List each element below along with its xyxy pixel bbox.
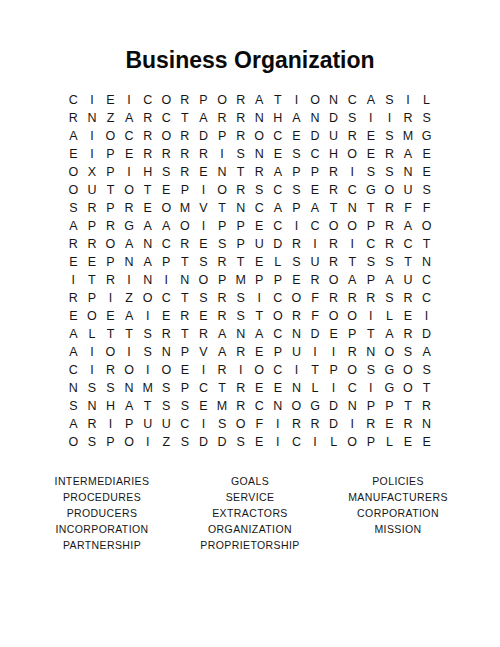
grid-cell[interactable]: S [380, 253, 399, 271]
grid-cell[interactable]: F [250, 415, 269, 433]
grid-cell[interactable]: P [101, 199, 120, 217]
grid-cell[interactable]: L [83, 325, 102, 343]
grid-cell[interactable]: E [250, 217, 269, 235]
grid-cell[interactable]: C [157, 289, 176, 307]
grid-cell[interactable]: R [287, 307, 306, 325]
grid-cell[interactable]: P [101, 163, 120, 181]
grid-cell[interactable]: U [399, 271, 418, 289]
grid-cell[interactable]: R [250, 163, 269, 181]
grid-cell[interactable]: R [176, 307, 195, 325]
grid-cell[interactable]: D [417, 325, 436, 343]
grid-cell[interactable]: E [64, 307, 83, 325]
grid-cell[interactable]: F [399, 199, 418, 217]
grid-cell[interactable]: E [157, 307, 176, 325]
grid-cell[interactable]: P [176, 181, 195, 199]
grid-cell[interactable]: V [194, 343, 213, 361]
grid-cell[interactable]: R [83, 235, 102, 253]
grid-cell[interactable]: R [324, 289, 343, 307]
grid-cell[interactable]: C [250, 199, 269, 217]
grid-cell[interactable]: N [231, 325, 250, 343]
grid-cell[interactable]: P [101, 253, 120, 271]
grid-cell[interactable]: T [250, 307, 269, 325]
grid-cell[interactable]: P [269, 271, 288, 289]
grid-cell[interactable]: I [362, 307, 381, 325]
grid-cell[interactable]: T [120, 325, 139, 343]
grid-cell[interactable]: I [101, 415, 120, 433]
grid-cell[interactable]: A [380, 325, 399, 343]
grid-cell[interactable]: I [194, 415, 213, 433]
grid-cell[interactable]: A [120, 307, 139, 325]
grid-cell[interactable]: I [83, 343, 102, 361]
grid-cell[interactable]: P [287, 199, 306, 217]
grid-cell[interactable]: S [287, 145, 306, 163]
grid-cell[interactable]: S [231, 145, 250, 163]
grid-cell[interactable]: U [287, 343, 306, 361]
grid-cell[interactable]: T [306, 361, 325, 379]
grid-cell[interactable]: A [399, 145, 418, 163]
grid-cell[interactable]: I [64, 271, 83, 289]
grid-cell[interactable]: R [231, 181, 250, 199]
grid-cell[interactable]: H [269, 109, 288, 127]
grid-cell[interactable]: O [138, 289, 157, 307]
grid-cell[interactable]: P [83, 289, 102, 307]
grid-cell[interactable]: R [213, 109, 232, 127]
grid-cell[interactable]: R [64, 289, 83, 307]
grid-cell[interactable]: O [101, 127, 120, 145]
grid-cell[interactable]: I [157, 271, 176, 289]
grid-cell[interactable]: P [120, 415, 139, 433]
word-list-item[interactable]: ORGANIZATION [176, 521, 324, 537]
grid-cell[interactable]: I [83, 361, 102, 379]
grid-cell[interactable]: I [120, 91, 139, 109]
grid-cell[interactable]: R [380, 235, 399, 253]
grid-cell[interactable]: A [269, 199, 288, 217]
grid-cell[interactable]: O [64, 163, 83, 181]
grid-cell[interactable]: P [287, 163, 306, 181]
word-list-item[interactable]: EXTRACTORS [176, 505, 324, 521]
grid-cell[interactable]: U [306, 253, 325, 271]
grid-cell[interactable]: N [287, 379, 306, 397]
grid-cell[interactable]: O [83, 307, 102, 325]
grid-cell[interactable]: S [231, 307, 250, 325]
grid-cell[interactable]: S [399, 343, 418, 361]
grid-cell[interactable]: S [138, 325, 157, 343]
grid-cell[interactable]: I [287, 361, 306, 379]
grid-cell[interactable]: S [176, 397, 195, 415]
grid-cell[interactable]: A [306, 199, 325, 217]
grid-cell[interactable]: R [343, 289, 362, 307]
grid-cell[interactable]: E [399, 433, 418, 451]
grid-cell[interactable]: O [306, 91, 325, 109]
grid-cell[interactable]: A [343, 271, 362, 289]
grid-cell[interactable]: E [64, 145, 83, 163]
grid-cell[interactable]: R [176, 91, 195, 109]
grid-cell[interactable]: I [83, 91, 102, 109]
grid-cell[interactable]: O [157, 199, 176, 217]
grid-cell[interactable]: R [399, 415, 418, 433]
grid-cell[interactable]: R [83, 415, 102, 433]
word-list-item[interactable]: PARTNERSHIP [28, 537, 176, 553]
grid-cell[interactable]: P [231, 235, 250, 253]
grid-cell[interactable]: T [269, 91, 288, 109]
grid-cell[interactable]: C [269, 361, 288, 379]
grid-cell[interactable]: S [362, 361, 381, 379]
grid-cell[interactable]: S [64, 199, 83, 217]
grid-cell[interactable]: R [194, 325, 213, 343]
grid-cell[interactable]: S [417, 109, 436, 127]
grid-cell[interactable]: N [231, 199, 250, 217]
grid-cell[interactable]: T [101, 325, 120, 343]
grid-cell[interactable]: D [194, 433, 213, 451]
grid-cell[interactable]: S [231, 433, 250, 451]
grid-cell[interactable]: T [343, 253, 362, 271]
grid-cell[interactable]: H [101, 397, 120, 415]
grid-cell[interactable]: T [176, 289, 195, 307]
grid-cell[interactable]: A [287, 109, 306, 127]
grid-cell[interactable]: E [269, 145, 288, 163]
grid-cell[interactable]: S [362, 253, 381, 271]
grid-cell[interactable]: S [231, 289, 250, 307]
grid-cell[interactable]: R [176, 127, 195, 145]
grid-cell[interactable]: E [306, 181, 325, 199]
grid-cell[interactable]: E [64, 253, 83, 271]
grid-cell[interactable]: I [306, 235, 325, 253]
grid-cell[interactable]: T [231, 253, 250, 271]
grid-cell[interactable]: I [138, 361, 157, 379]
grid-cell[interactable]: E [138, 199, 157, 217]
grid-cell[interactable]: G [417, 127, 436, 145]
grid-cell[interactable]: S [250, 181, 269, 199]
word-list-item[interactable]: PROCEDURES [28, 489, 176, 505]
grid-cell[interactable]: R [231, 379, 250, 397]
grid-cell[interactable]: E [380, 415, 399, 433]
grid-cell[interactable]: G [362, 181, 381, 199]
grid-cell[interactable]: T [399, 253, 418, 271]
grid-cell[interactable]: N [343, 199, 362, 217]
grid-cell[interactable]: C [194, 379, 213, 397]
grid-cell[interactable]: E [250, 253, 269, 271]
grid-cell[interactable]: T [399, 397, 418, 415]
grid-cell[interactable]: R [176, 235, 195, 253]
grid-cell[interactable]: C [269, 127, 288, 145]
grid-cell[interactable]: D [194, 127, 213, 145]
grid-cell[interactable]: R [101, 217, 120, 235]
grid-cell[interactable]: I [101, 289, 120, 307]
grid-cell[interactable]: I [194, 181, 213, 199]
grid-cell[interactable]: F [417, 199, 436, 217]
grid-cell[interactable]: O [343, 361, 362, 379]
grid-cell[interactable]: R [64, 235, 83, 253]
grid-cell[interactable]: Z [101, 109, 120, 127]
grid-cell[interactable]: O [101, 343, 120, 361]
grid-cell[interactable]: O [250, 361, 269, 379]
grid-cell[interactable]: M [213, 397, 232, 415]
grid-cell[interactable]: C [306, 217, 325, 235]
grid-cell[interactable]: I [83, 127, 102, 145]
grid-cell[interactable]: P [176, 343, 195, 361]
grid-cell[interactable]: R [306, 271, 325, 289]
grid-cell[interactable]: P [101, 433, 120, 451]
grid-cell[interactable]: V [194, 199, 213, 217]
grid-cell[interactable]: R [324, 163, 343, 181]
grid-cell[interactable]: O [231, 415, 250, 433]
grid-cell[interactable]: F [306, 289, 325, 307]
grid-cell[interactable]: R [231, 127, 250, 145]
grid-cell[interactable]: M [138, 379, 157, 397]
grid-cell[interactable]: E [399, 307, 418, 325]
grid-cell[interactable]: E [157, 181, 176, 199]
grid-cell[interactable]: P [194, 91, 213, 109]
grid-cell[interactable]: L [380, 433, 399, 451]
grid-cell[interactable]: S [362, 163, 381, 181]
grid-cell[interactable]: S [287, 181, 306, 199]
grid-cell[interactable]: R [157, 325, 176, 343]
grid-cell[interactable]: U [324, 127, 343, 145]
grid-cell[interactable]: N [343, 397, 362, 415]
grid-cell[interactable]: A [250, 325, 269, 343]
grid-cell[interactable]: O [343, 217, 362, 235]
grid-cell[interactable]: I [399, 91, 418, 109]
grid-cell[interactable]: C [269, 181, 288, 199]
grid-cell[interactable]: O [380, 181, 399, 199]
grid-cell[interactable]: N [306, 109, 325, 127]
grid-cell[interactable]: C [64, 91, 83, 109]
grid-cell[interactable]: P [213, 217, 232, 235]
grid-cell[interactable]: C [157, 235, 176, 253]
grid-cell[interactable]: A [194, 109, 213, 127]
grid-cell[interactable]: R [343, 127, 362, 145]
grid-cell[interactable]: E [194, 163, 213, 181]
grid-cell[interactable]: E [287, 127, 306, 145]
grid-cell[interactable]: C [287, 433, 306, 451]
grid-cell[interactable]: R [101, 361, 120, 379]
grid-cell[interactable]: R [213, 289, 232, 307]
grid-cell[interactable]: D [269, 235, 288, 253]
grid-cell[interactable]: N [324, 91, 343, 109]
grid-cell[interactable]: D [324, 109, 343, 127]
grid-cell[interactable]: I [138, 433, 157, 451]
word-list-item[interactable]: MISSION [324, 521, 472, 537]
grid-cell[interactable]: R [399, 325, 418, 343]
grid-cell[interactable]: E [120, 145, 139, 163]
grid-cell[interactable]: P [101, 145, 120, 163]
grid-cell[interactable]: I [194, 217, 213, 235]
grid-cell[interactable]: S [157, 163, 176, 181]
grid-cell[interactable]: T [101, 181, 120, 199]
grid-cell[interactable]: R [213, 307, 232, 325]
grid-cell[interactable]: T [417, 379, 436, 397]
grid-cell[interactable]: L [306, 379, 325, 397]
grid-cell[interactable]: A [138, 217, 157, 235]
grid-cell[interactable]: N [120, 379, 139, 397]
grid-cell[interactable]: R [417, 397, 436, 415]
grid-cell[interactable]: R [324, 235, 343, 253]
grid-cell[interactable]: L [269, 253, 288, 271]
grid-cell[interactable]: I [231, 361, 250, 379]
grid-cell[interactable]: L [380, 307, 399, 325]
grid-cell[interactable]: S [380, 91, 399, 109]
grid-cell[interactable]: O [343, 145, 362, 163]
grid-cell[interactable]: T [213, 379, 232, 397]
grid-cell[interactable]: P [250, 271, 269, 289]
grid-cell[interactable]: C [269, 325, 288, 343]
grid-cell[interactable]: L [324, 433, 343, 451]
grid-cell[interactable]: N [157, 343, 176, 361]
grid-cell[interactable]: C [343, 91, 362, 109]
grid-cell[interactable]: R [120, 199, 139, 217]
grid-cell[interactable]: S [417, 181, 436, 199]
grid-cell[interactable]: R [231, 91, 250, 109]
grid-cell[interactable]: L [417, 91, 436, 109]
grid-cell[interactable]: S [176, 433, 195, 451]
grid-cell[interactable]: M [176, 199, 195, 217]
grid-cell[interactable]: C [176, 415, 195, 433]
grid-cell[interactable]: R [176, 145, 195, 163]
grid-cell[interactable]: R [138, 145, 157, 163]
grid-cell[interactable]: I [417, 307, 436, 325]
grid-cell[interactable]: T [231, 163, 250, 181]
grid-cell[interactable]: O [64, 181, 83, 199]
grid-cell[interactable]: R [287, 415, 306, 433]
grid-cell[interactable]: O [157, 127, 176, 145]
grid-cell[interactable]: N [362, 343, 381, 361]
grid-cell[interactable]: P [306, 163, 325, 181]
grid-cell[interactable]: R [324, 181, 343, 199]
grid-cell[interactable]: I [324, 379, 343, 397]
grid-cell[interactable]: C [120, 127, 139, 145]
grid-cell[interactable]: O [417, 217, 436, 235]
grid-cell[interactable]: C [399, 235, 418, 253]
grid-cell[interactable]: A [64, 415, 83, 433]
grid-cell[interactable]: M [399, 127, 418, 145]
grid-cell[interactable]: O [324, 307, 343, 325]
grid-cell[interactable]: R [64, 109, 83, 127]
word-list-item[interactable]: PROPRIETORSHIP [176, 537, 324, 553]
grid-cell[interactable]: N [417, 415, 436, 433]
grid-cell[interactable]: O [269, 307, 288, 325]
grid-cell[interactable]: I [324, 343, 343, 361]
grid-cell[interactable]: O [324, 217, 343, 235]
grid-cell[interactable]: S [213, 235, 232, 253]
grid-cell[interactable]: O [399, 379, 418, 397]
grid-cell[interactable]: R [343, 343, 362, 361]
grid-cell[interactable]: O [213, 181, 232, 199]
grid-cell[interactable]: E [324, 325, 343, 343]
grid-cell[interactable]: R [399, 289, 418, 307]
word-list-item[interactable]: GOALS [176, 473, 324, 489]
grid-cell[interactable]: U [250, 235, 269, 253]
grid-cell[interactable]: O [287, 397, 306, 415]
grid-cell[interactable]: T [417, 235, 436, 253]
grid-cell[interactable]: P [176, 379, 195, 397]
word-list-item[interactable]: POLICIES [324, 473, 472, 489]
grid-cell[interactable]: A [64, 127, 83, 145]
grid-cell[interactable]: S [194, 289, 213, 307]
grid-cell[interactable]: R [213, 253, 232, 271]
grid-cell[interactable]: R [176, 163, 195, 181]
grid-cell[interactable]: I [362, 379, 381, 397]
grid-cell[interactable]: A [157, 217, 176, 235]
grid-cell[interactable]: N [176, 271, 195, 289]
grid-cell[interactable]: O [64, 433, 83, 451]
grid-cell[interactable]: A [64, 217, 83, 235]
grid-cell[interactable]: A [213, 343, 232, 361]
grid-cell[interactable]: E [417, 163, 436, 181]
grid-cell[interactable]: C [362, 235, 381, 253]
grid-cell[interactable]: I [250, 289, 269, 307]
grid-cell[interactable]: C [64, 361, 83, 379]
grid-cell[interactable]: P [362, 271, 381, 289]
grid-cell[interactable]: O [250, 127, 269, 145]
grid-cell[interactable]: G [306, 397, 325, 415]
grid-cell[interactable]: R [380, 217, 399, 235]
grid-cell[interactable]: R [324, 253, 343, 271]
grid-cell[interactable]: C [269, 289, 288, 307]
grid-cell[interactable]: G [380, 379, 399, 397]
grid-cell[interactable]: E [101, 307, 120, 325]
grid-cell[interactable]: T [176, 325, 195, 343]
grid-cell[interactable]: P [380, 397, 399, 415]
grid-cell[interactable]: C [306, 145, 325, 163]
grid-cell[interactable]: R [231, 109, 250, 127]
grid-cell[interactable]: E [417, 433, 436, 451]
grid-cell[interactable]: A [120, 235, 139, 253]
grid-cell[interactable]: E [194, 307, 213, 325]
grid-cell[interactable]: R [101, 271, 120, 289]
grid-cell[interactable]: I [138, 307, 157, 325]
grid-cell[interactable]: H [138, 163, 157, 181]
grid-cell[interactable]: E [101, 91, 120, 109]
grid-cell[interactable]: S [194, 253, 213, 271]
grid-cell[interactable]: E [83, 253, 102, 271]
grid-cell[interactable]: I [380, 109, 399, 127]
grid-cell[interactable]: E [194, 235, 213, 253]
grid-cell[interactable]: A [399, 217, 418, 235]
grid-cell[interactable]: R [83, 199, 102, 217]
grid-cell[interactable]: S [157, 397, 176, 415]
grid-cell[interactable]: O [101, 235, 120, 253]
grid-cell[interactable]: I [120, 343, 139, 361]
grid-cell[interactable]: E [250, 379, 269, 397]
grid-cell[interactable]: D [324, 415, 343, 433]
grid-cell[interactable]: E [269, 379, 288, 397]
grid-cell[interactable]: A [120, 109, 139, 127]
grid-cell[interactable]: C [417, 289, 436, 307]
grid-cell[interactable]: P [83, 217, 102, 235]
grid-cell[interactable]: C [343, 379, 362, 397]
grid-cell[interactable]: N [287, 325, 306, 343]
grid-cell[interactable]: H [324, 145, 343, 163]
grid-cell[interactable]: I [287, 217, 306, 235]
grid-cell[interactable]: I [120, 271, 139, 289]
grid-cell[interactable]: T [83, 271, 102, 289]
grid-cell[interactable]: N [250, 109, 269, 127]
grid-cell[interactable]: O [380, 343, 399, 361]
grid-cell[interactable]: N [213, 163, 232, 181]
grid-cell[interactable]: S [101, 379, 120, 397]
grid-cell[interactable]: T [176, 109, 195, 127]
grid-cell[interactable]: E [362, 145, 381, 163]
grid-cell[interactable]: T [324, 199, 343, 217]
grid-cell[interactable]: O [399, 361, 418, 379]
grid-cell[interactable]: S [343, 109, 362, 127]
grid-cell[interactable]: I [213, 145, 232, 163]
grid-cell[interactable]: O [287, 289, 306, 307]
grid-cell[interactable]: M [231, 271, 250, 289]
word-list-item[interactable]: INTERMEDIARIES [28, 473, 176, 489]
grid-cell[interactable]: R [213, 361, 232, 379]
grid-cell[interactable]: U [83, 181, 102, 199]
